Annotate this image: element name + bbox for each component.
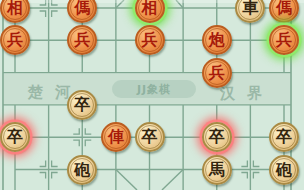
piece-black-pawn[interactable]: 卒 [202, 122, 232, 152]
position-marker [40, 173, 46, 179]
river-label-han-jie: 汉界 [220, 84, 274, 103]
piece-red-pawn[interactable]: 兵 [135, 25, 165, 55]
position-marker [52, 161, 58, 167]
piece-char: 俥 [104, 125, 128, 149]
piece-black-horse[interactable]: 馬 [202, 155, 232, 185]
piece-red-pawn[interactable]: 兵 [202, 58, 232, 88]
position-marker [73, 128, 79, 134]
position-marker [40, 161, 46, 167]
piece-char: 砲 [70, 158, 94, 182]
piece-char: 馬 [205, 158, 229, 182]
app-watermark: JJ象棋 [112, 80, 196, 98]
piece-red-cannon[interactable]: 炮 [202, 25, 232, 55]
piece-char: 傌 [272, 0, 296, 20]
piece-char: 炮 [205, 28, 229, 52]
piece-char: 兵 [272, 28, 296, 52]
piece-char: 卒 [205, 125, 229, 149]
position-marker [241, 173, 247, 179]
piece-black-pawn[interactable]: 卒 [0, 122, 30, 152]
piece-char: 兵 [138, 28, 162, 52]
piece-black-cannon[interactable]: 砲 [269, 155, 299, 185]
piece-char: 砲 [272, 158, 296, 182]
piece-char: 卒 [3, 125, 27, 149]
piece-char: 卒 [272, 125, 296, 149]
piece-char: 卒 [70, 93, 94, 117]
piece-black-pawn[interactable]: 卒 [269, 122, 299, 152]
position-marker [241, 161, 247, 167]
piece-black-pawn[interactable]: 卒 [135, 122, 165, 152]
piece-char: 卒 [138, 125, 162, 149]
position-marker [85, 140, 91, 146]
piece-black-cannon[interactable]: 砲 [67, 155, 97, 185]
piece-char: 兵 [70, 28, 94, 52]
position-marker [73, 140, 79, 146]
piece-char: 相 [138, 0, 162, 20]
xiangqi-board[interactable]: 楚河 汉界 JJ象棋 相傌相車傌兵兵兵炮兵兵卒卒俥卒卒卒砲馬砲 [0, 0, 304, 190]
position-marker [52, 11, 58, 17]
piece-char: 車 [238, 0, 262, 20]
position-marker [52, 173, 58, 179]
piece-black-pawn[interactable]: 卒 [67, 90, 97, 120]
piece-red-chariot[interactable]: 俥 [101, 122, 131, 152]
piece-char: 相 [3, 0, 27, 20]
piece-char: 兵 [3, 28, 27, 52]
position-marker [253, 173, 259, 179]
position-marker [40, 11, 46, 17]
position-marker [85, 128, 91, 134]
position-marker [253, 161, 259, 167]
piece-char: 兵 [205, 61, 229, 85]
piece-char: 傌 [70, 0, 94, 20]
